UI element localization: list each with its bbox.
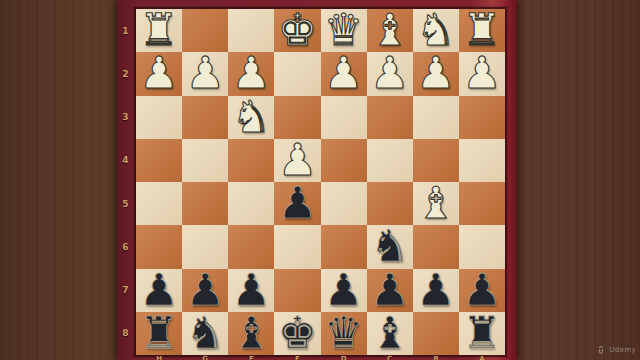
square-h3[interactable] xyxy=(136,96,182,139)
square-b4[interactable] xyxy=(413,139,459,182)
file-label-d: D xyxy=(321,355,367,360)
file-label-b: B xyxy=(413,355,459,360)
square-d8[interactable]: ♛ xyxy=(321,312,367,355)
square-d7[interactable]: ♟ xyxy=(321,269,367,312)
piece-black-rook-a8[interactable]: ♜ xyxy=(462,311,501,354)
square-a1[interactable]: ♜ xyxy=(459,9,505,52)
piece-black-pawn-d7[interactable]: ♟ xyxy=(324,268,363,311)
rank-label-6: 6 xyxy=(117,225,134,268)
square-g6[interactable] xyxy=(182,225,228,268)
square-e3[interactable] xyxy=(274,96,320,139)
udemy-logo-icon xyxy=(596,345,606,355)
piece-black-king-e8[interactable]: ♚ xyxy=(278,311,317,354)
square-f8[interactable]: ♝ xyxy=(228,312,274,355)
piece-white-king-e1[interactable]: ♚ xyxy=(278,8,317,51)
piece-white-bishop-c1[interactable]: ♝ xyxy=(370,8,409,51)
square-d2[interactable]: ♟ xyxy=(321,52,367,95)
square-g1[interactable] xyxy=(182,9,228,52)
file-label-h: H xyxy=(136,355,182,360)
square-a7[interactable]: ♟ xyxy=(459,269,505,312)
square-f7[interactable]: ♟ xyxy=(228,269,274,312)
square-d3[interactable] xyxy=(321,96,367,139)
rank-label-3: 3 xyxy=(117,96,134,139)
square-e5[interactable]: ♟ xyxy=(274,182,320,225)
rank-label-7: 7 xyxy=(117,269,134,312)
square-d5[interactable] xyxy=(321,182,367,225)
square-b8[interactable] xyxy=(413,312,459,355)
piece-white-knight-b1[interactable]: ♞ xyxy=(416,8,455,51)
square-a2[interactable]: ♟ xyxy=(459,52,505,95)
square-f4[interactable] xyxy=(228,139,274,182)
file-labels: HGFEDCBA xyxy=(136,355,505,360)
square-a3[interactable] xyxy=(459,96,505,139)
square-g8[interactable]: ♞ xyxy=(182,312,228,355)
rank-label-4: 4 xyxy=(117,139,134,182)
piece-black-pawn-b7[interactable]: ♟ xyxy=(416,268,455,311)
udemy-watermark: Udemy xyxy=(596,345,636,355)
rank-label-5: 5 xyxy=(117,182,134,225)
square-b1[interactable]: ♞ xyxy=(413,9,459,52)
square-c4[interactable] xyxy=(367,139,413,182)
square-c1[interactable]: ♝ xyxy=(367,9,413,52)
square-e6[interactable] xyxy=(274,225,320,268)
piece-black-knight-c6[interactable]: ♞ xyxy=(370,224,409,267)
square-g2[interactable]: ♟ xyxy=(182,52,228,95)
square-h4[interactable] xyxy=(136,139,182,182)
square-a4[interactable] xyxy=(459,139,505,182)
square-f2[interactable]: ♟ xyxy=(228,52,274,95)
piece-white-pawn-f2[interactable]: ♟ xyxy=(232,51,271,94)
chess-board-frame: 12345678 ♜♚♛♝♞♜♟♟♟♟♟♟♟♞♟♟♝♞♟♟♟♟♟♟♟♜♞♝♚♛♝… xyxy=(117,0,517,360)
file-label-e: E xyxy=(274,355,320,360)
square-e1[interactable]: ♚ xyxy=(274,9,320,52)
piece-white-pawn-a2[interactable]: ♟ xyxy=(462,51,501,94)
square-e2[interactable] xyxy=(274,52,320,95)
square-d1[interactable]: ♛ xyxy=(321,9,367,52)
file-label-a: A xyxy=(459,355,505,360)
square-f5[interactable] xyxy=(228,182,274,225)
square-c6[interactable]: ♞ xyxy=(367,225,413,268)
square-g5[interactable] xyxy=(182,182,228,225)
square-f3[interactable]: ♞ xyxy=(228,96,274,139)
piece-white-pawn-e4[interactable]: ♟ xyxy=(278,138,317,181)
square-h1[interactable]: ♜ xyxy=(136,9,182,52)
udemy-watermark-text: Udemy xyxy=(609,346,636,354)
square-c3[interactable] xyxy=(367,96,413,139)
piece-black-pawn-h7[interactable]: ♟ xyxy=(139,268,178,311)
square-c5[interactable] xyxy=(367,182,413,225)
square-e8[interactable]: ♚ xyxy=(274,312,320,355)
piece-black-pawn-g7[interactable]: ♟ xyxy=(185,268,224,311)
piece-white-knight-f3[interactable]: ♞ xyxy=(232,95,271,138)
video-frame: 12345678 ♜♚♛♝♞♜♟♟♟♟♟♟♟♞♟♟♝♞♟♟♟♟♟♟♟♜♞♝♚♛♝… xyxy=(0,0,640,360)
piece-white-pawn-c2[interactable]: ♟ xyxy=(370,51,409,94)
square-f6[interactable] xyxy=(228,225,274,268)
square-b5[interactable]: ♝ xyxy=(413,182,459,225)
piece-white-rook-a1[interactable]: ♜ xyxy=(462,8,501,51)
piece-white-pawn-h2[interactable]: ♟ xyxy=(139,51,178,94)
file-label-g: G xyxy=(182,355,228,360)
square-c7[interactable]: ♟ xyxy=(367,269,413,312)
square-e4[interactable]: ♟ xyxy=(274,139,320,182)
square-h6[interactable] xyxy=(136,225,182,268)
piece-black-pawn-c7[interactable]: ♟ xyxy=(370,268,409,311)
square-b3[interactable] xyxy=(413,96,459,139)
piece-black-pawn-e5[interactable]: ♟ xyxy=(278,181,317,224)
square-g4[interactable] xyxy=(182,139,228,182)
piece-black-rook-h8[interactable]: ♜ xyxy=(139,311,178,354)
chess-board[interactable]: ♜♚♛♝♞♜♟♟♟♟♟♟♟♞♟♟♝♞♟♟♟♟♟♟♟♜♞♝♚♛♝♜ xyxy=(136,9,505,355)
piece-white-pawn-g2[interactable]: ♟ xyxy=(185,51,224,94)
square-b6[interactable] xyxy=(413,225,459,268)
square-b2[interactable]: ♟ xyxy=(413,52,459,95)
square-a6[interactable] xyxy=(459,225,505,268)
piece-black-knight-g8[interactable]: ♞ xyxy=(185,311,224,354)
square-f1[interactable] xyxy=(228,9,274,52)
square-a5[interactable] xyxy=(459,182,505,225)
file-label-f: F xyxy=(228,355,274,360)
square-a8[interactable]: ♜ xyxy=(459,312,505,355)
square-h8[interactable]: ♜ xyxy=(136,312,182,355)
file-label-c: C xyxy=(367,355,413,360)
piece-black-pawn-a7[interactable]: ♟ xyxy=(462,268,501,311)
rank-labels: 12345678 xyxy=(117,9,136,355)
square-h5[interactable] xyxy=(136,182,182,225)
square-c8[interactable]: ♝ xyxy=(367,312,413,355)
rank-label-1: 1 xyxy=(117,9,134,52)
piece-black-queen-d8[interactable]: ♛ xyxy=(324,311,363,354)
piece-white-queen-d1[interactable]: ♛ xyxy=(324,8,363,51)
piece-white-rook-h1[interactable]: ♜ xyxy=(139,8,178,51)
square-b7[interactable]: ♟ xyxy=(413,269,459,312)
square-g3[interactable] xyxy=(182,96,228,139)
piece-white-bishop-b5[interactable]: ♝ xyxy=(416,181,455,224)
square-h2[interactable]: ♟ xyxy=(136,52,182,95)
square-h7[interactable]: ♟ xyxy=(136,269,182,312)
piece-white-pawn-d2[interactable]: ♟ xyxy=(324,51,363,94)
square-e7[interactable] xyxy=(274,269,320,312)
rank-label-8: 8 xyxy=(117,312,134,355)
square-d6[interactable] xyxy=(321,225,367,268)
square-g7[interactable]: ♟ xyxy=(182,269,228,312)
piece-black-bishop-f8[interactable]: ♝ xyxy=(232,311,271,354)
piece-black-bishop-c8[interactable]: ♝ xyxy=(370,311,409,354)
square-c2[interactable]: ♟ xyxy=(367,52,413,95)
piece-black-pawn-f7[interactable]: ♟ xyxy=(232,268,271,311)
piece-white-pawn-b2[interactable]: ♟ xyxy=(416,51,455,94)
rank-label-2: 2 xyxy=(117,52,134,95)
square-d4[interactable] xyxy=(321,139,367,182)
